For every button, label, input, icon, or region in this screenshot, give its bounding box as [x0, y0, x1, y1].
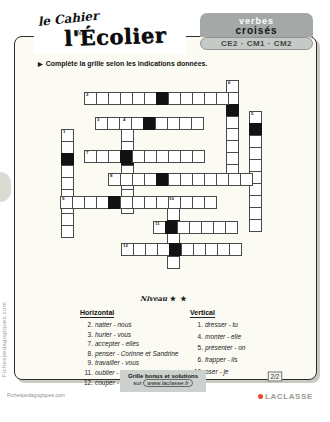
- clue-number: 7.: [80, 340, 93, 350]
- grid-number-5: 5: [251, 112, 253, 116]
- clue-text: hurler - vous: [95, 331, 131, 341]
- clue-number: 8.: [80, 350, 93, 360]
- grid-number-4: 4: [123, 118, 125, 122]
- cell[interactable]: [204, 196, 217, 209]
- vertical-clues: Vertical 1.dresser - tu4.monter - elle5.…: [190, 301, 302, 379]
- clue-text: natter - nous: [95, 321, 132, 331]
- instruction-line: ▶Complète la grille selon les indication…: [38, 60, 207, 67]
- clue-number: 12.: [80, 379, 93, 389]
- clue-text: accepter - elles: [95, 340, 139, 350]
- brand-name: LACLASSE: [265, 392, 313, 401]
- cell[interactable]: [216, 92, 229, 105]
- triangle-bullet-icon: ▶: [38, 61, 43, 67]
- cell[interactable]: [229, 243, 242, 256]
- instruction-text: Complète la grille selon les indications…: [46, 60, 208, 67]
- clue-text: oser - je: [205, 368, 228, 380]
- clue-number: 4.: [190, 333, 203, 345]
- brand-dot-icon: [258, 394, 263, 399]
- clue-number: 11.: [80, 369, 93, 379]
- site-watermark-vertical: Fichespedagogiques.com: [1, 302, 7, 377]
- vertical-clue-list: 1.dresser - tu4.monter - elle5.présenter…: [190, 321, 302, 379]
- clue-text: travailler - vous: [95, 359, 139, 369]
- vertical-header: Vertical: [190, 309, 215, 318]
- clue-item-3: 3.hurler - vous: [80, 331, 192, 341]
- clue-item-2: 2.natter - nous: [80, 321, 192, 331]
- grid-number-9: 9: [62, 197, 64, 201]
- worksheet-screenshot: le Cahier de l'Écolier verbes croisés CE…: [0, 0, 330, 422]
- word-2: [84, 92, 229, 105]
- clue-item-6: 6.frapper - ils: [190, 356, 302, 368]
- grid-number-2: 2: [86, 93, 88, 97]
- bonus-url-line: sur www.laclasse.fr: [120, 380, 206, 386]
- clue-number: 2.: [80, 321, 93, 331]
- logo-line3: l'Écolier: [64, 22, 167, 51]
- page-number: 2/2: [268, 372, 282, 382]
- word-9: [60, 196, 217, 209]
- clue-number: 6.: [190, 356, 203, 368]
- clue-text: présenter - on: [205, 344, 245, 356]
- cell[interactable]: [225, 221, 238, 234]
- clue-item-5: 5.présenter - on: [190, 344, 302, 356]
- clue-text: penser - Corinne et Sandrine: [95, 350, 178, 360]
- word-11: [153, 221, 238, 234]
- clue-text: dresser - tu: [205, 321, 238, 333]
- cell[interactable]: [240, 173, 253, 186]
- word-5: [249, 111, 262, 232]
- clue-item-7: 7.accepter - elles: [80, 340, 192, 350]
- bonus-text: Grille bonus et solutions: [123, 372, 202, 378]
- clue-item-10: 10.oser - je: [190, 368, 302, 380]
- clue-text: oublier - il: [95, 369, 123, 379]
- cell[interactable]: [61, 225, 74, 238]
- clue-item-4: 4.monter - elle: [190, 333, 302, 345]
- clue-text: monter - elle: [205, 333, 241, 345]
- clue-number: 1.: [190, 321, 203, 333]
- cell[interactable]: [167, 256, 180, 269]
- clue-number: 9.: [80, 359, 93, 369]
- grid-number-8: 8: [110, 174, 112, 178]
- clue-text: frapper - ils: [205, 356, 238, 368]
- bonus-sur: sur: [133, 380, 141, 386]
- grid-number-3: 3: [97, 118, 99, 122]
- grid-number-7: 7: [86, 151, 88, 155]
- badge-title-croises: croisés: [200, 26, 313, 36]
- horizontal-header: Horizontal: [80, 309, 114, 318]
- bonus-url-link[interactable]: www.laclasse.fr: [143, 379, 192, 387]
- word-3: [95, 117, 204, 130]
- word-1: [61, 129, 74, 238]
- site-watermark-bottom: Fichespedagogiques.com: [7, 393, 65, 398]
- logo-cahier-ecolier: le Cahier de l'Écolier: [34, 13, 186, 54]
- title-badge: verbes croisés: [200, 13, 313, 37]
- bonus-banner: Grille bonus et solutions sur www.laclas…: [120, 370, 206, 392]
- level-pill: CE2 · CM1 · CM2: [200, 37, 313, 50]
- word-12: [121, 243, 242, 256]
- grid-number-10: 10: [169, 197, 174, 201]
- clue-item-8: 8.penser - Corinne et Sandrine: [80, 350, 192, 360]
- word-8: [108, 173, 253, 186]
- clue-item-1: 1.dresser - tu: [190, 321, 302, 333]
- word-7: [84, 150, 205, 163]
- grid-number-6: 6: [228, 81, 230, 85]
- cell[interactable]: [249, 219, 262, 232]
- laclasse-brand: LACLASSE: [258, 392, 313, 401]
- cell[interactable]: [192, 150, 205, 163]
- clue-number: 3.: [80, 331, 93, 341]
- grid-number-1: 1: [63, 130, 65, 134]
- cell[interactable]: [191, 117, 204, 130]
- grid-number-11: 11: [155, 222, 160, 226]
- clue-item-9: 9.travailler - vous: [80, 359, 192, 369]
- grid-number-12: 12: [123, 244, 128, 248]
- clue-number: 5.: [190, 344, 203, 356]
